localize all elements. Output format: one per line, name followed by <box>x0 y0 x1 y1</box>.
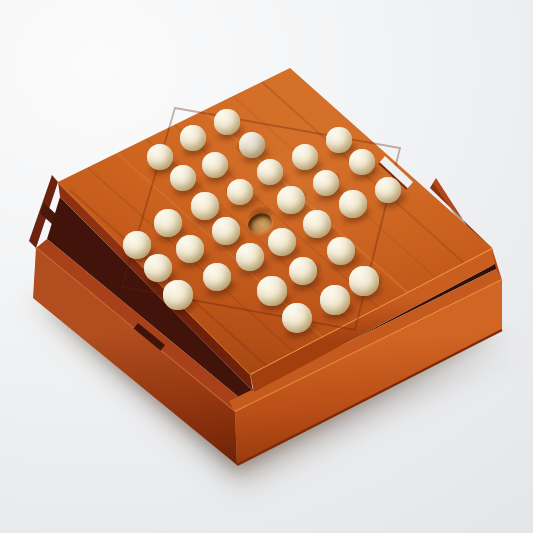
marble[interactable] <box>212 217 240 245</box>
peg-solitaire-photo <box>0 0 533 533</box>
marble[interactable] <box>349 266 378 295</box>
marble[interactable] <box>292 144 318 170</box>
marble[interactable] <box>326 127 352 153</box>
marble[interactable] <box>339 190 366 217</box>
marble[interactable] <box>282 303 312 333</box>
pieces-layer <box>0 0 533 533</box>
marble[interactable] <box>327 237 355 265</box>
marble[interactable] <box>202 152 228 178</box>
marble[interactable] <box>163 280 192 309</box>
marble[interactable] <box>154 209 182 237</box>
marble-grey[interactable] <box>239 132 265 158</box>
marble[interactable] <box>191 192 218 219</box>
marble[interactable] <box>277 186 304 213</box>
marble[interactable] <box>147 144 173 170</box>
marble[interactable] <box>180 125 206 151</box>
marble[interactable] <box>214 109 239 134</box>
marble[interactable] <box>320 285 350 315</box>
marble[interactable] <box>257 276 286 305</box>
marble[interactable] <box>176 235 204 263</box>
marble[interactable] <box>303 210 331 238</box>
marble[interactable] <box>349 149 375 175</box>
marble[interactable] <box>268 228 296 256</box>
marble[interactable] <box>123 231 151 259</box>
